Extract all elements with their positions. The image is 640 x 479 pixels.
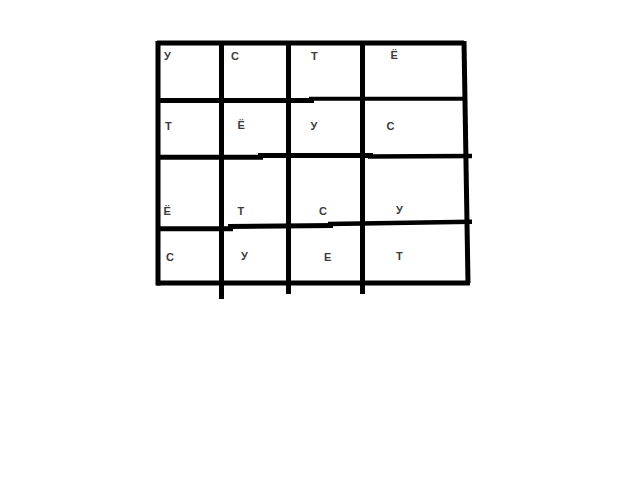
cell-letter: С	[387, 121, 395, 132]
grid-cell-r4c4[interactable]: Т	[363, 226, 466, 284]
grid-cell-r3c4[interactable]: У	[363, 156, 466, 226]
grid-cell-r3c1[interactable]: Ё	[157, 156, 222, 226]
cell-letter: Т	[165, 121, 172, 132]
paint-canvas: УСТЁТЁУСЁТСУСУЕТ	[0, 0, 640, 479]
cell-letter: С	[319, 206, 327, 217]
grid-cell-r1c3[interactable]: Т	[289, 41, 363, 100]
grid-cell-r3c3[interactable]: С	[289, 156, 363, 226]
grid-cell-r2c2[interactable]: Ё	[222, 100, 289, 157]
cell-letter: С	[231, 51, 239, 62]
grid-cell-r1c4[interactable]: Ё	[363, 41, 466, 100]
grid-cell-r2c4[interactable]: С	[363, 100, 466, 157]
cell-letter: У	[164, 51, 171, 62]
cell-letter: Т	[396, 251, 403, 262]
grid-cell-r2c1[interactable]: Т	[157, 100, 222, 157]
grid-cell-r2c3[interactable]: У	[289, 100, 363, 157]
grid-cell-r1c2[interactable]: С	[222, 41, 289, 100]
cell-letter: Ё	[238, 120, 245, 131]
cell-letter: У	[311, 121, 318, 132]
cell-letter: Е	[324, 252, 331, 263]
puzzle-grid: УСТЁТЁУСЁТСУСУЕТ	[157, 41, 465, 284]
grid-cell-r4c1[interactable]: С	[157, 226, 222, 284]
cell-letter: Т	[238, 206, 245, 217]
cell-letter: Ё	[164, 206, 171, 217]
grid-cell-r4c3[interactable]: Е	[289, 226, 363, 284]
cell-letter: Т	[311, 51, 318, 62]
cell-letter: Ё	[391, 50, 398, 61]
cell-letter: У	[396, 205, 403, 216]
cell-letter: С	[166, 252, 174, 263]
grid-cell-r3c2[interactable]: Т	[222, 156, 289, 226]
cell-letter: У	[241, 251, 248, 262]
grid-cell-r4c2[interactable]: У	[222, 226, 289, 284]
grid-cell-r1c1[interactable]: У	[157, 41, 222, 100]
